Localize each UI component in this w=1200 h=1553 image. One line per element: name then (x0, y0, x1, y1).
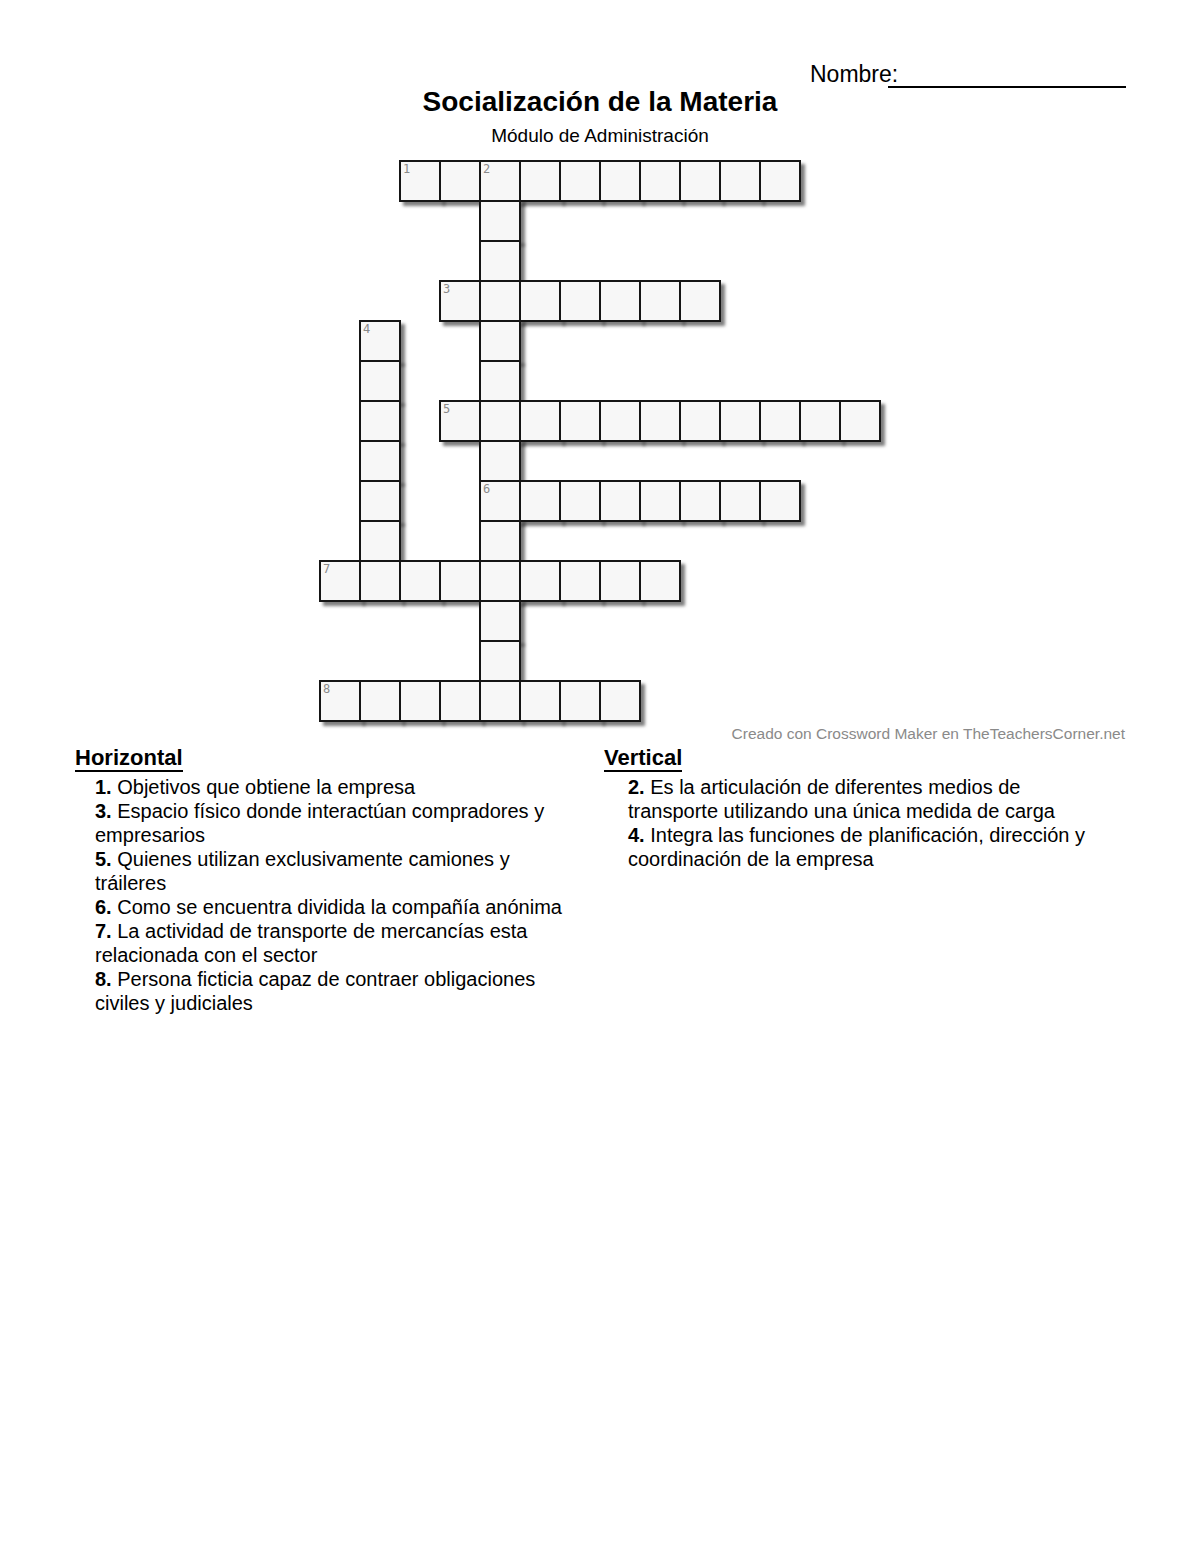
cell-r10c8[interactable] (639, 560, 681, 602)
clue-number-7: 7 (323, 562, 330, 576)
cell-r8c11[interactable] (759, 480, 801, 522)
cell-r13c3[interactable] (439, 680, 481, 722)
clue-6-line-1: 6. Como se encuentra dividida la compañí… (95, 895, 590, 919)
cell-r13c1[interactable] (359, 680, 401, 722)
name-field: Nombre: (810, 61, 898, 88)
cell-r0c3[interactable] (439, 160, 481, 202)
cell-r0c6[interactable] (559, 160, 601, 202)
clue-8: 8. Persona ficticia capaz de contraer ob… (95, 967, 590, 1015)
clue-4: 4. Integra las funciones de planificació… (628, 823, 1124, 871)
across-heading: Horizontal (75, 745, 183, 772)
cell-r9c1[interactable] (359, 520, 401, 562)
cell-r5c4[interactable] (479, 360, 521, 402)
clue-7-line-1: 7. La actividad de transporte de mercanc… (95, 919, 590, 943)
clue-7: 7. La actividad de transporte de mercanc… (95, 919, 590, 967)
clue-5-line-1: 5. Quienes utilizan exclusivamente camio… (95, 847, 590, 871)
puzzle-title: Socialización de la Materia (0, 85, 1200, 119)
clue-3: 3. Espacio físico donde interactúan comp… (95, 799, 590, 847)
cell-r11c4[interactable] (479, 600, 521, 642)
cell-r8c8[interactable] (639, 480, 681, 522)
cell-r10c0[interactable]: 7 (319, 560, 361, 602)
cell-r7c4[interactable] (479, 440, 521, 482)
clue-1: 1. Objetivos que obtiene la empresa (95, 775, 590, 799)
clue-2: 2. Es la articulación de diferentes medi… (628, 775, 1124, 823)
down-heading: Vertical (604, 745, 682, 772)
cell-r13c4[interactable] (479, 680, 521, 722)
cell-r6c10[interactable] (719, 400, 761, 442)
cell-r7c1[interactable] (359, 440, 401, 482)
clue-number-1: 1 (403, 162, 410, 176)
cell-r5c1[interactable] (359, 360, 401, 402)
cell-r0c7[interactable] (599, 160, 641, 202)
name-label: Nombre: (810, 61, 898, 87)
cell-r8c4[interactable]: 6 (479, 480, 521, 522)
clue-2-line-1: 2. Es la articulación de diferentes medi… (628, 775, 1124, 799)
cell-r0c11[interactable] (759, 160, 801, 202)
cell-r13c0[interactable]: 8 (319, 680, 361, 722)
cell-r8c7[interactable] (599, 480, 641, 522)
cell-r3c7[interactable] (599, 280, 641, 322)
cell-r8c6[interactable] (559, 480, 601, 522)
cell-r8c1[interactable] (359, 480, 401, 522)
cell-r10c1[interactable] (359, 560, 401, 602)
cell-r9c4[interactable] (479, 520, 521, 562)
cell-r6c8[interactable] (639, 400, 681, 442)
cell-r6c5[interactable] (519, 400, 561, 442)
cell-r10c4[interactable] (479, 560, 521, 602)
cell-r6c7[interactable] (599, 400, 641, 442)
cell-r2c4[interactable] (479, 240, 521, 282)
clue-number-5: 5 (443, 402, 450, 416)
cell-r6c3[interactable]: 5 (439, 400, 481, 442)
across-clues-section: Horizontal 1. Objetivos que obtiene la e… (75, 745, 590, 1015)
cell-r0c10[interactable] (719, 160, 761, 202)
cell-r6c9[interactable] (679, 400, 721, 442)
cell-r6c11[interactable] (759, 400, 801, 442)
clue-4-line-1: 4. Integra las funciones de planificació… (628, 823, 1124, 847)
clue-number-2: 2 (483, 162, 490, 176)
cell-r3c9[interactable] (679, 280, 721, 322)
cell-r10c6[interactable] (559, 560, 601, 602)
cell-r13c6[interactable] (559, 680, 601, 722)
cell-r13c5[interactable] (519, 680, 561, 722)
cell-r0c2[interactable]: 1 (399, 160, 441, 202)
cell-r6c13[interactable] (839, 400, 881, 442)
clue-number-3: 3 (443, 282, 450, 296)
clue-4-line-2: coordinación de la empresa (628, 847, 1124, 871)
cell-r3c3[interactable]: 3 (439, 280, 481, 322)
cell-r10c2[interactable] (399, 560, 441, 602)
clue-number-8: 8 (323, 682, 330, 696)
clue-1-line-1: 1. Objetivos que obtiene la empresa (95, 775, 590, 799)
cell-r3c8[interactable] (639, 280, 681, 322)
cell-r3c6[interactable] (559, 280, 601, 322)
clue-3-line-1: 3. Espacio físico donde interactúan comp… (95, 799, 590, 823)
cell-r10c5[interactable] (519, 560, 561, 602)
cell-r1c4[interactable] (479, 200, 521, 242)
cell-r8c9[interactable] (679, 480, 721, 522)
cell-r12c4[interactable] (479, 640, 521, 682)
clue-5-line-2: tráileres (95, 871, 590, 895)
cell-r3c4[interactable] (479, 280, 521, 322)
clue-6: 6. Como se encuentra dividida la compañí… (95, 895, 590, 919)
clue-3-line-2: empresarios (95, 823, 590, 847)
clue-number-4: 4 (363, 322, 370, 336)
cell-r6c12[interactable] (799, 400, 841, 442)
cell-r4c4[interactable] (479, 320, 521, 362)
down-clues-section: Vertical 2. Es la articulación de difere… (604, 745, 1124, 871)
cell-r4c1[interactable]: 4 (359, 320, 401, 362)
puzzle-subtitle: Módulo de Administración (0, 124, 1200, 148)
cell-r0c5[interactable] (519, 160, 561, 202)
crossword-grid: 12345678 (320, 161, 880, 721)
down-clue-list: 2. Es la articulación de diferentes medi… (628, 775, 1124, 871)
cell-r6c6[interactable] (559, 400, 601, 442)
cell-r8c5[interactable] (519, 480, 561, 522)
cell-r13c2[interactable] (399, 680, 441, 722)
clue-7-line-2: relacionada con el sector (95, 943, 590, 967)
cell-r3c5[interactable] (519, 280, 561, 322)
credit-line: Creado con Crossword Maker en TheTeacher… (732, 725, 1125, 743)
clue-8-line-2: civiles y judiciales (95, 991, 590, 1015)
cell-r13c7[interactable] (599, 680, 641, 722)
cell-r0c4[interactable]: 2 (479, 160, 521, 202)
cell-r10c7[interactable] (599, 560, 641, 602)
cell-r0c8[interactable] (639, 160, 681, 202)
clue-number-6: 6 (483, 482, 490, 496)
cell-r6c4[interactable] (479, 400, 521, 442)
across-clue-list: 1. Objetivos que obtiene la empresa3. Es… (95, 775, 590, 1015)
worksheet-page: Nombre: Socialización de la Materia Módu… (0, 0, 1200, 1553)
clue-8-line-1: 8. Persona ficticia capaz de contraer ob… (95, 967, 590, 991)
cell-r8c10[interactable] (719, 480, 761, 522)
cell-r6c1[interactable] (359, 400, 401, 442)
cell-r10c3[interactable] (439, 560, 481, 602)
clue-5: 5. Quienes utilizan exclusivamente camio… (95, 847, 590, 895)
clue-2-line-2: transporte utilizando una única medida d… (628, 799, 1124, 823)
cell-r0c9[interactable] (679, 160, 721, 202)
